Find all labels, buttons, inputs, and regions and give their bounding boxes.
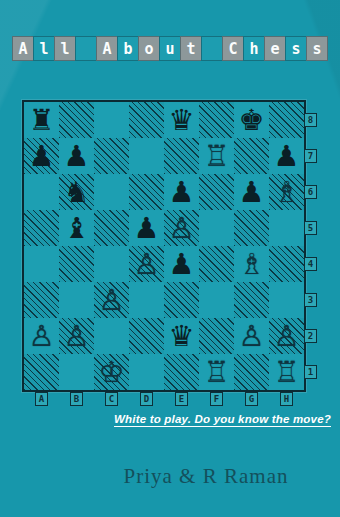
title-letter-tile: t xyxy=(180,36,202,61)
white-bishop: ♗ xyxy=(239,246,265,282)
chess-board-grid: ♜♛♚♟♟♖♟♞♟♟♗♝♟♙♙♟♗♙♙♙♛♙♙♔♖♖ xyxy=(24,102,304,390)
rank-label-1: 1 xyxy=(304,365,317,379)
black-rook: ♜ xyxy=(29,102,55,138)
square-a7: ♟ xyxy=(24,138,59,174)
white-rook: ♖ xyxy=(274,354,300,390)
square-h2: ♙ xyxy=(269,318,304,354)
square-f1: ♖ xyxy=(199,354,234,390)
rank-label-4: 4 xyxy=(304,257,317,271)
rank-label-6: 6 xyxy=(304,185,317,199)
square-g8: ♚ xyxy=(234,102,269,138)
square-d6 xyxy=(129,174,164,210)
square-b7: ♟ xyxy=(59,138,94,174)
square-f3 xyxy=(199,282,234,318)
title-space-tile xyxy=(201,36,223,61)
book-title: All About Chess xyxy=(13,36,328,61)
square-f8 xyxy=(199,102,234,138)
square-e1 xyxy=(164,354,199,390)
black-knight: ♞ xyxy=(64,174,90,210)
square-d4: ♙ xyxy=(129,246,164,282)
square-c4 xyxy=(94,246,129,282)
black-pawn: ♟ xyxy=(134,210,160,246)
square-h1: ♖ xyxy=(269,354,304,390)
white-pawn: ♙ xyxy=(64,318,90,354)
white-rook: ♖ xyxy=(204,354,230,390)
square-b4 xyxy=(59,246,94,282)
square-e3 xyxy=(164,282,199,318)
square-g7 xyxy=(234,138,269,174)
title-letter-tile: o xyxy=(138,36,160,61)
square-a1 xyxy=(24,354,59,390)
title-letter-tile: u xyxy=(159,36,181,61)
file-label-a: A xyxy=(35,392,48,406)
white-pawn: ♙ xyxy=(274,318,300,354)
square-d2 xyxy=(129,318,164,354)
square-g5 xyxy=(234,210,269,246)
square-g1 xyxy=(234,354,269,390)
file-label-d: D xyxy=(140,392,153,406)
author-names: Priya & R Raman xyxy=(0,464,340,489)
square-e5: ♙ xyxy=(164,210,199,246)
file-label-e: E xyxy=(175,392,188,406)
square-e7 xyxy=(164,138,199,174)
square-g3 xyxy=(234,282,269,318)
square-d3 xyxy=(129,282,164,318)
rank-labels: 87654321 xyxy=(304,102,317,390)
square-f7: ♖ xyxy=(199,138,234,174)
rank-label-8: 8 xyxy=(304,113,317,127)
title-letter-tile: s xyxy=(306,36,328,61)
black-pawn: ♟ xyxy=(169,174,195,210)
square-d7 xyxy=(129,138,164,174)
square-a8: ♜ xyxy=(24,102,59,138)
file-label-g: G xyxy=(245,392,258,406)
square-e2: ♛ xyxy=(164,318,199,354)
square-b8 xyxy=(59,102,94,138)
title-space-tile xyxy=(75,36,97,61)
square-b1 xyxy=(59,354,94,390)
white-rook: ♖ xyxy=(204,138,230,174)
black-pawn: ♟ xyxy=(169,246,195,282)
black-pawn: ♟ xyxy=(64,138,90,174)
square-b3 xyxy=(59,282,94,318)
square-h3 xyxy=(269,282,304,318)
white-king: ♔ xyxy=(99,354,125,390)
square-h7: ♟ xyxy=(269,138,304,174)
title-letter-tile: A xyxy=(96,36,118,61)
book-cover: All About Chess ♜♛♚♟♟♖♟♞♟♟♗♝♟♙♙♟♗♙♙♙♛♙♙♔… xyxy=(0,0,340,517)
white-pawn: ♙ xyxy=(239,318,265,354)
square-c3: ♙ xyxy=(94,282,129,318)
square-e4: ♟ xyxy=(164,246,199,282)
file-label-f: F xyxy=(210,392,223,406)
square-c2 xyxy=(94,318,129,354)
square-d1 xyxy=(129,354,164,390)
white-pawn: ♙ xyxy=(169,210,195,246)
file-label-c: C xyxy=(105,392,118,406)
square-c5 xyxy=(94,210,129,246)
puzzle-caption: White to play. Do you know the move? xyxy=(114,413,331,425)
square-g4: ♗ xyxy=(234,246,269,282)
rank-label-2: 2 xyxy=(304,329,317,343)
square-e8: ♛ xyxy=(164,102,199,138)
square-e6: ♟ xyxy=(164,174,199,210)
file-label-h: H xyxy=(280,392,293,406)
white-pawn: ♙ xyxy=(99,282,125,318)
white-pawn: ♙ xyxy=(134,246,160,282)
square-f4 xyxy=(199,246,234,282)
square-c8 xyxy=(94,102,129,138)
title-letter-tile: l xyxy=(54,36,76,61)
title-letter-tile: h xyxy=(243,36,265,61)
black-queen: ♛ xyxy=(169,318,195,354)
square-c1: ♔ xyxy=(94,354,129,390)
chess-board: ♜♛♚♟♟♖♟♞♟♟♗♝♟♙♙♟♗♙♙♙♛♙♙♔♖♖ xyxy=(22,100,306,392)
black-pawn: ♟ xyxy=(239,174,265,210)
square-a5 xyxy=(24,210,59,246)
title-letter-tile: s xyxy=(285,36,307,61)
square-h6: ♗ xyxy=(269,174,304,210)
white-pawn: ♙ xyxy=(29,318,55,354)
rank-label-7: 7 xyxy=(304,149,317,163)
file-labels: ABCDEFGH xyxy=(24,392,304,406)
black-bishop: ♝ xyxy=(64,210,90,246)
black-king: ♚ xyxy=(239,102,265,138)
square-f2 xyxy=(199,318,234,354)
square-h5 xyxy=(269,210,304,246)
square-c7 xyxy=(94,138,129,174)
title-letter-tile: C xyxy=(222,36,244,61)
square-a3 xyxy=(24,282,59,318)
square-g2: ♙ xyxy=(234,318,269,354)
square-d5: ♟ xyxy=(129,210,164,246)
white-bishop: ♗ xyxy=(274,174,300,210)
square-b5: ♝ xyxy=(59,210,94,246)
square-b2: ♙ xyxy=(59,318,94,354)
black-queen: ♛ xyxy=(169,102,195,138)
square-a2: ♙ xyxy=(24,318,59,354)
square-a6 xyxy=(24,174,59,210)
title-letter-tile: A xyxy=(12,36,34,61)
square-a4 xyxy=(24,246,59,282)
square-c6 xyxy=(94,174,129,210)
square-h4 xyxy=(269,246,304,282)
rank-label-5: 5 xyxy=(304,221,317,235)
square-d8 xyxy=(129,102,164,138)
file-label-b: B xyxy=(70,392,83,406)
black-pawn: ♟ xyxy=(29,138,55,174)
square-b6: ♞ xyxy=(59,174,94,210)
square-g6: ♟ xyxy=(234,174,269,210)
rank-label-3: 3 xyxy=(304,293,317,307)
title-letter-tile: b xyxy=(117,36,139,61)
square-f5 xyxy=(199,210,234,246)
square-f6 xyxy=(199,174,234,210)
title-letter-tile: l xyxy=(33,36,55,61)
black-pawn: ♟ xyxy=(274,138,300,174)
square-h8 xyxy=(269,102,304,138)
title-letter-tile: e xyxy=(264,36,286,61)
